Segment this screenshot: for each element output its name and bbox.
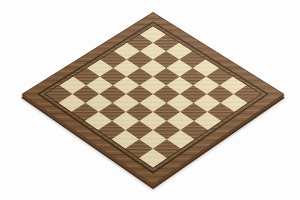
chess-board xyxy=(21,12,284,185)
photo-background xyxy=(0,0,300,200)
frame-margin xyxy=(40,23,266,172)
frame-groove xyxy=(37,21,269,173)
frame-inner-line xyxy=(44,26,262,169)
board-grid xyxy=(46,26,261,167)
